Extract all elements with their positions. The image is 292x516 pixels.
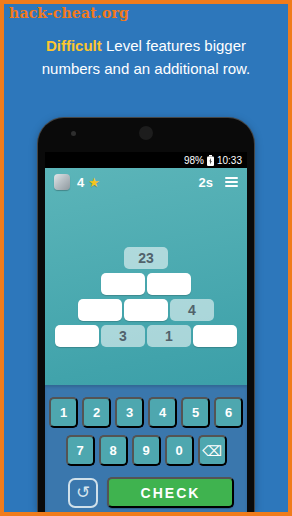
keypad-row-1: 123456 [49,397,243,428]
pyramid-cell[interactable] [55,325,99,347]
key-7[interactable]: 7 [66,435,95,466]
key-9[interactable]: 9 [132,435,161,466]
pyramid-row: 31 [55,325,237,347]
key-8[interactable]: 8 [99,435,128,466]
earpiece-speaker-icon [139,126,153,140]
game-app: 4 ★ 2s 23431 123456 7890⌫ ↺ CHECK [45,168,247,512]
screenshot-frame: hack-cheat.org Difficult Level features … [0,0,292,516]
keypad-panel: 123456 7890⌫ ↺ CHECK [45,385,247,512]
timer-value: 2s [199,175,213,190]
caption: Difficult Level features bigger numbers … [4,34,288,80]
pyramid-row: 23 [124,247,168,269]
star-icon: ★ [88,175,100,190]
pyramid-cell: 23 [124,247,168,269]
key-6[interactable]: 6 [214,397,243,428]
hamburger-menu-icon[interactable] [225,173,238,191]
level-badge-icon[interactable] [54,174,70,190]
board-area: 23431 [45,196,247,385]
key-1[interactable]: 1 [49,397,78,428]
watermark-text: hack-cheat.org [9,5,129,21]
action-row: ↺ CHECK [49,477,243,508]
battery-charging-icon [207,155,214,166]
caption-highlight: Difficult [46,37,102,54]
pyramid-cell[interactable] [193,325,237,347]
check-button[interactable]: CHECK [107,477,234,508]
app-header: 4 ★ 2s [45,168,247,196]
key-0[interactable]: 0 [165,435,194,466]
phone-screen: 98% 10:33 4 ★ 2s [45,152,247,512]
backspace-icon[interactable]: ⌫ [198,435,227,466]
pyramid-cell[interactable] [101,273,145,295]
front-camera-icon [71,131,76,136]
key-4[interactable]: 4 [148,397,177,428]
pyramid: 23431 [55,247,237,347]
pyramid-cell[interactable] [124,299,168,321]
key-3[interactable]: 3 [115,397,144,428]
stars-count: 4 [77,175,84,190]
pyramid-row: 4 [78,299,214,321]
phone-mockup: 98% 10:33 4 ★ 2s [38,118,254,512]
key-5[interactable]: 5 [181,397,210,428]
battery-percent: 98% [184,155,204,166]
undo-button[interactable]: ↺ [68,478,98,508]
caption-line1: Level features bigger [102,37,246,54]
keypad-row-2: 7890⌫ [66,435,227,466]
pyramid-cell: 1 [147,325,191,347]
pyramid-cell: 3 [101,325,145,347]
pyramid-cell: 4 [170,299,214,321]
pyramid-row [101,273,191,295]
key-2[interactable]: 2 [82,397,111,428]
pyramid-cell[interactable] [78,299,122,321]
status-bar: 98% 10:33 [45,152,247,168]
pyramid-cell[interactable] [147,273,191,295]
status-time: 10:33 [217,155,242,166]
caption-line2: numbers and an additional row. [42,60,250,77]
